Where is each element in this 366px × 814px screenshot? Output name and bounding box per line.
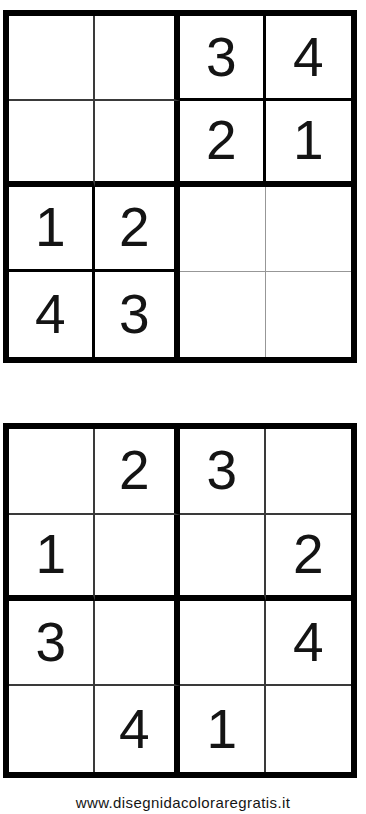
sudoku-board-1: 3 4 2 1 1 2 4 3 <box>3 10 357 363</box>
p2-cell-r3c3[interactable] <box>180 601 266 687</box>
p2-cell-r4c3: 1 <box>180 686 266 772</box>
p1-cell-r2c2[interactable] <box>95 101 181 186</box>
p1-cell-r1c1[interactable] <box>9 16 95 101</box>
p1-cell-r4c2: 3 <box>95 272 181 357</box>
p2-cell-r3c4: 4 <box>266 601 352 687</box>
p1-cell-r1c2[interactable] <box>95 16 181 101</box>
p1-cell-r1c4: 4 <box>266 16 352 101</box>
p1-cell-r4c1: 4 <box>9 272 95 357</box>
p2-cell-r1c2: 2 <box>95 429 181 515</box>
p2-cell-r2c3[interactable] <box>180 515 266 601</box>
p1-cell-r3c1: 1 <box>9 187 95 272</box>
watermark-url: www.disegnidacoloraregratis.it <box>0 794 366 811</box>
p1-cell-r1c3: 3 <box>180 16 266 101</box>
p1-cell-r4c4[interactable] <box>266 272 352 357</box>
sudoku-board-2: 2 3 1 2 3 4 4 1 <box>3 423 357 778</box>
p2-cell-r4c2: 4 <box>95 686 181 772</box>
p1-cell-r4c3[interactable] <box>180 272 266 357</box>
p1-cell-r2c1[interactable] <box>9 101 95 186</box>
p1-cell-r3c4[interactable] <box>266 187 352 272</box>
p2-cell-r4c1[interactable] <box>9 686 95 772</box>
p2-cell-r2c1: 1 <box>9 515 95 601</box>
p1-cell-r3c3[interactable] <box>180 187 266 272</box>
p2-cell-r1c4[interactable] <box>266 429 352 515</box>
p2-cell-r2c2[interactable] <box>95 515 181 601</box>
p1-cell-r3c2: 2 <box>95 187 181 272</box>
p1-cell-r2c4: 1 <box>266 101 352 186</box>
puzzle-sheet: 3 4 2 1 1 2 4 3 2 3 1 2 3 4 4 1 www.dise… <box>0 0 366 814</box>
p2-cell-r3c1: 3 <box>9 601 95 687</box>
p1-cell-r2c3: 2 <box>180 101 266 186</box>
p2-cell-r4c4[interactable] <box>266 686 352 772</box>
p2-cell-r1c3: 3 <box>180 429 266 515</box>
p2-cell-r2c4: 2 <box>266 515 352 601</box>
p2-cell-r1c1[interactable] <box>9 429 95 515</box>
p2-cell-r3c2[interactable] <box>95 601 181 687</box>
